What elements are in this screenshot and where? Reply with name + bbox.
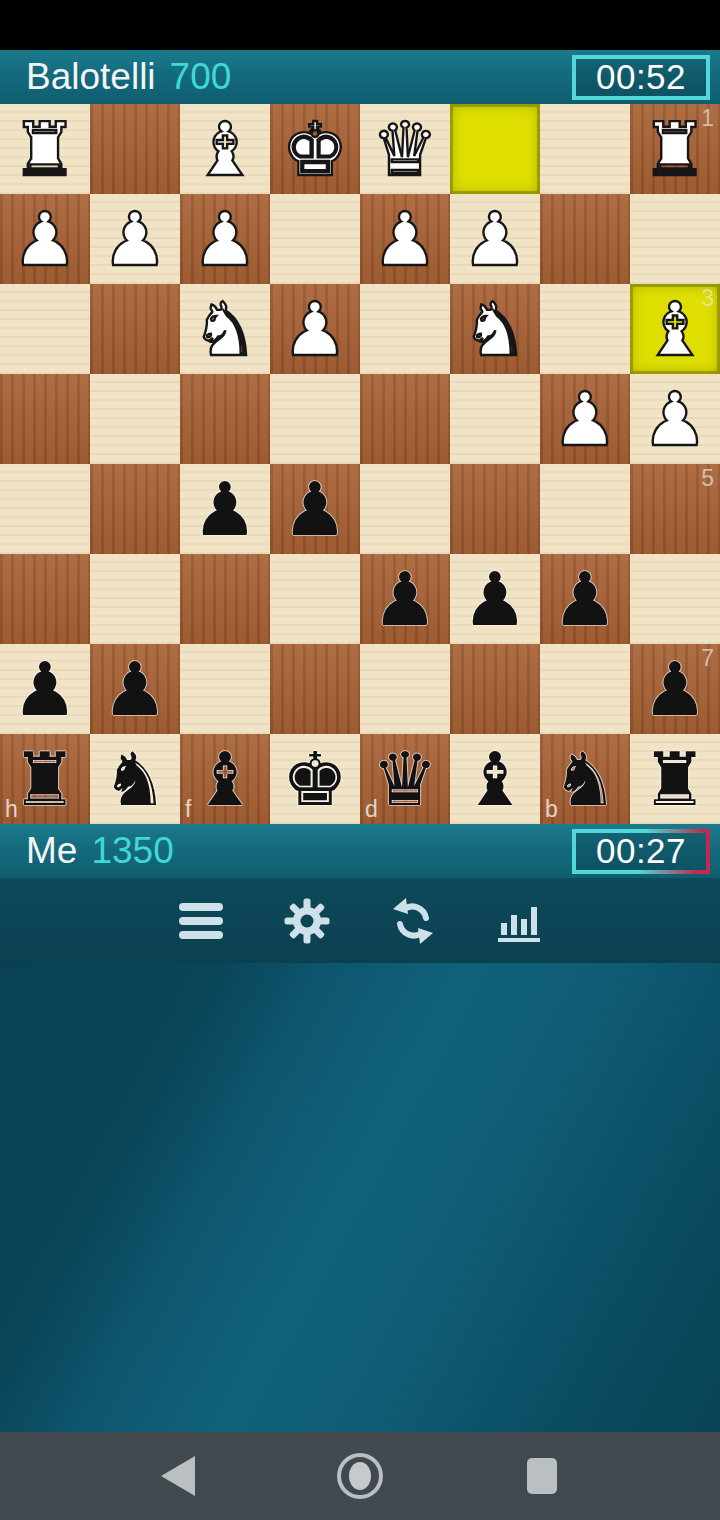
white-bishop: ♝ xyxy=(642,292,708,366)
square-f7[interactable] xyxy=(180,644,270,734)
square-e7[interactable] xyxy=(270,644,360,734)
square-f2[interactable]: ♟ xyxy=(180,194,270,284)
square-e5[interactable]: ♟ xyxy=(270,464,360,554)
black-pawn: ♟ xyxy=(372,562,438,636)
square-g1[interactable] xyxy=(90,104,180,194)
square-d6[interactable]: ♟ xyxy=(360,554,450,644)
square-d2[interactable]: ♟ xyxy=(360,194,450,284)
my-rating: 1350 xyxy=(91,830,173,872)
square-a6[interactable] xyxy=(630,554,720,644)
white-pawn: ♟ xyxy=(642,382,708,456)
square-g7[interactable]: ♟ xyxy=(90,644,180,734)
square-c7[interactable] xyxy=(450,644,540,734)
square-f8[interactable]: ♝f xyxy=(180,734,270,824)
white-pawn: ♟ xyxy=(192,202,258,276)
white-rook: ♜ xyxy=(642,112,708,186)
white-knight: ♞ xyxy=(192,292,258,366)
square-e8[interactable]: ♚ xyxy=(270,734,360,824)
black-rook: ♜ xyxy=(12,742,78,816)
my-bar: Me 1350 00:27 xyxy=(0,824,720,878)
black-pawn: ♟ xyxy=(192,472,258,546)
square-c8[interactable]: ♝ xyxy=(450,734,540,824)
file-label: f xyxy=(185,796,191,823)
recents-icon xyxy=(527,1458,557,1494)
bar-chart-icon xyxy=(495,897,543,945)
app-screen: Balotelli 700 00:52 ♜♝♚♛♜1♟♟♟♟♟♞♟♞♝3♟♟♟♟… xyxy=(0,0,720,1520)
square-g8[interactable]: ♞ xyxy=(90,734,180,824)
rank-label: 1 xyxy=(701,105,714,132)
square-h3[interactable] xyxy=(0,284,90,374)
flip-board-button[interactable] xyxy=(389,897,437,945)
square-c1[interactable] xyxy=(450,104,540,194)
square-h8[interactable]: ♜h xyxy=(0,734,90,824)
square-b8[interactable]: ♞b xyxy=(540,734,630,824)
square-a3[interactable]: ♝3 xyxy=(630,284,720,374)
status-bar xyxy=(0,0,720,50)
gear-icon xyxy=(283,897,331,945)
square-b7[interactable] xyxy=(540,644,630,734)
file-label: d xyxy=(365,796,378,823)
black-pawn: ♟ xyxy=(552,562,618,636)
white-pawn: ♟ xyxy=(102,202,168,276)
square-c6[interactable]: ♟ xyxy=(450,554,540,644)
black-knight: ♞ xyxy=(552,742,618,816)
black-bishop: ♝ xyxy=(192,742,258,816)
black-pawn: ♟ xyxy=(12,652,78,726)
background-area xyxy=(0,963,720,1432)
flip-arrows-icon xyxy=(389,897,437,945)
toolbar xyxy=(0,878,720,963)
white-pawn: ♟ xyxy=(462,202,528,276)
opponent-clock: 00:52 xyxy=(572,55,710,100)
square-f5[interactable]: ♟ xyxy=(180,464,270,554)
square-d3[interactable] xyxy=(360,284,450,374)
black-pawn: ♟ xyxy=(642,652,708,726)
square-g5[interactable] xyxy=(90,464,180,554)
white-pawn: ♟ xyxy=(372,202,438,276)
black-bishop: ♝ xyxy=(462,742,528,816)
square-a4[interactable]: ♟ xyxy=(630,374,720,464)
square-c2[interactable]: ♟ xyxy=(450,194,540,284)
square-a1[interactable]: ♜1 xyxy=(630,104,720,194)
white-queen: ♛ xyxy=(372,112,438,186)
file-label: h xyxy=(5,796,18,823)
opponent-bar: Balotelli 700 00:52 xyxy=(0,50,720,104)
square-c3[interactable]: ♞ xyxy=(450,284,540,374)
black-pawn: ♟ xyxy=(282,472,348,546)
black-queen: ♛ xyxy=(372,742,438,816)
square-d8[interactable]: ♛d xyxy=(360,734,450,824)
square-f3[interactable]: ♞ xyxy=(180,284,270,374)
square-c5[interactable] xyxy=(450,464,540,554)
square-a2[interactable] xyxy=(630,194,720,284)
settings-button[interactable] xyxy=(283,897,331,945)
black-pawn: ♟ xyxy=(102,652,168,726)
recents-button[interactable] xyxy=(518,1452,566,1500)
opponent-name: Balotelli xyxy=(26,56,156,98)
home-icon xyxy=(337,1453,383,1499)
back-button[interactable] xyxy=(154,1452,202,1500)
menu-icon xyxy=(179,903,223,939)
square-h7[interactable]: ♟ xyxy=(0,644,90,734)
white-pawn: ♟ xyxy=(282,292,348,366)
android-nav-bar xyxy=(0,1432,720,1520)
black-knight: ♞ xyxy=(102,742,168,816)
back-icon xyxy=(161,1456,195,1496)
square-b5[interactable] xyxy=(540,464,630,554)
my-clock: 00:27 xyxy=(572,829,710,874)
square-d4[interactable] xyxy=(360,374,450,464)
square-h4[interactable] xyxy=(0,374,90,464)
square-g4[interactable] xyxy=(90,374,180,464)
white-pawn: ♟ xyxy=(552,382,618,456)
square-g2[interactable]: ♟ xyxy=(90,194,180,284)
chess-board: ♜♝♚♛♜1♟♟♟♟♟♞♟♞♝3♟♟♟♟5♟♟♟♟♟♟7♜h♞♝f♚♛d♝♞b♜ xyxy=(0,104,720,824)
square-e6[interactable] xyxy=(270,554,360,644)
square-h5[interactable] xyxy=(0,464,90,554)
opponent-rating: 700 xyxy=(170,56,232,98)
rank-label: 7 xyxy=(701,645,714,672)
square-e4[interactable] xyxy=(270,374,360,464)
square-a8[interactable]: ♜ xyxy=(630,734,720,824)
stats-button[interactable] xyxy=(495,897,543,945)
square-f6[interactable] xyxy=(180,554,270,644)
white-bishop: ♝ xyxy=(192,112,258,186)
square-g6[interactable] xyxy=(90,554,180,644)
square-b3[interactable] xyxy=(540,284,630,374)
black-pawn: ♟ xyxy=(462,562,528,636)
white-knight: ♞ xyxy=(462,292,528,366)
square-f1[interactable]: ♝ xyxy=(180,104,270,194)
square-a7[interactable]: ♟7 xyxy=(630,644,720,734)
square-f4[interactable] xyxy=(180,374,270,464)
square-b1[interactable] xyxy=(540,104,630,194)
my-name: Me xyxy=(26,830,77,872)
square-b4[interactable]: ♟ xyxy=(540,374,630,464)
square-b2[interactable] xyxy=(540,194,630,284)
square-e1[interactable]: ♚ xyxy=(270,104,360,194)
rank-label: 5 xyxy=(701,465,714,492)
square-e2[interactable] xyxy=(270,194,360,284)
square-d5[interactable] xyxy=(360,464,450,554)
square-c4[interactable] xyxy=(450,374,540,464)
file-label: b xyxy=(545,796,558,823)
rank-label: 3 xyxy=(701,285,714,312)
black-king: ♚ xyxy=(282,742,348,816)
square-e3[interactable]: ♟ xyxy=(270,284,360,374)
square-g3[interactable] xyxy=(90,284,180,374)
square-a5[interactable]: 5 xyxy=(630,464,720,554)
square-d1[interactable]: ♛ xyxy=(360,104,450,194)
white-rook: ♜ xyxy=(12,112,78,186)
square-h2[interactable]: ♟ xyxy=(0,194,90,284)
square-d7[interactable] xyxy=(360,644,450,734)
square-h6[interactable] xyxy=(0,554,90,644)
white-king: ♚ xyxy=(282,112,348,186)
home-button[interactable] xyxy=(336,1452,384,1500)
black-rook: ♜ xyxy=(642,742,708,816)
white-pawn: ♟ xyxy=(12,202,78,276)
square-b6[interactable]: ♟ xyxy=(540,554,630,644)
square-h1[interactable]: ♜ xyxy=(0,104,90,194)
menu-button[interactable] xyxy=(177,897,225,945)
